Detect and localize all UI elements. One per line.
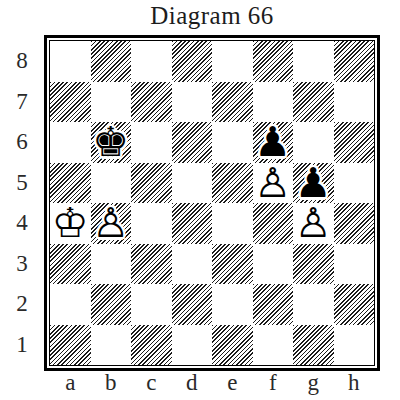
square-g8 [293,41,334,82]
rank-labels: 87654321 [8,41,36,365]
board-inner-border: ♚♚♟♟♟♙♟♟♚♔♟♙♟♙ [49,40,375,366]
square-g4: ♟♙ [293,203,334,244]
square-c1 [131,325,172,366]
chess-diagram-page: Diagram 66 87654321 ♚♚♟♟♟♙♟♟♚♔♟♙♟♙ abcde… [0,0,400,400]
square-f8 [253,41,294,82]
square-b4: ♟♙ [91,203,132,244]
square-f6: ♟♟ [253,122,294,163]
white-pawn-glyph: ♙ [254,163,291,204]
file-label-h: h [334,370,375,396]
square-b2 [91,284,132,325]
square-b5 [91,163,132,204]
piece-black-king-b6: ♚♚ [92,122,129,163]
square-h8 [334,41,375,82]
rank-label-1: 1 [8,325,36,366]
square-b6: ♚♚ [91,122,132,163]
square-b3 [91,244,132,285]
square-g7 [293,82,334,123]
square-a4: ♚♔ [50,203,91,244]
square-b1 [91,325,132,366]
file-label-f: f [253,370,294,396]
piece-black-pawn-f6: ♟♟ [254,122,291,163]
rank-label-2: 2 [8,284,36,325]
file-label-a: a [50,370,91,396]
square-g2 [293,284,334,325]
square-c6 [131,122,172,163]
rank-label-3: 3 [8,244,36,285]
file-label-g: g [293,370,334,396]
square-c3 [131,244,172,285]
square-c5 [131,163,172,204]
square-d8 [172,41,213,82]
square-c4 [131,203,172,244]
rank-label-4: 4 [8,203,36,244]
square-d3 [172,244,213,285]
square-f5: ♟♙ [253,163,294,204]
square-d4 [172,203,213,244]
square-f1 [253,325,294,366]
file-labels: abcdefgh [50,370,374,396]
square-e2 [212,284,253,325]
square-h6 [334,122,375,163]
square-d1 [172,325,213,366]
piece-white-pawn-b4: ♟♙ [92,203,129,244]
square-e8 [212,41,253,82]
square-a8 [50,41,91,82]
square-a2 [50,284,91,325]
square-e6 [212,122,253,163]
square-e7 [212,82,253,123]
square-c2 [131,284,172,325]
square-e4 [212,203,253,244]
square-d7 [172,82,213,123]
square-g1 [293,325,334,366]
square-a1 [50,325,91,366]
square-b7 [91,82,132,123]
file-label-b: b [91,370,132,396]
rank-label-5: 5 [8,163,36,204]
diagram-title: Diagram 66 [44,0,380,32]
square-d6 [172,122,213,163]
black-pawn-glyph: ♟ [295,163,332,204]
square-c8 [131,41,172,82]
square-d2 [172,284,213,325]
black-king-glyph: ♚ [92,122,129,163]
rank-label-6: 6 [8,122,36,163]
rank-label-8: 8 [8,41,36,82]
file-label-d: d [172,370,213,396]
square-g3 [293,244,334,285]
square-b8 [91,41,132,82]
chess-board: ♚♚♟♟♟♙♟♟♚♔♟♙♟♙ [50,41,374,365]
square-h1 [334,325,375,366]
square-c7 [131,82,172,123]
square-f4 [253,203,294,244]
square-f2 [253,284,294,325]
square-g5: ♟♟ [293,163,334,204]
square-a6 [50,122,91,163]
square-e3 [212,244,253,285]
square-f7 [253,82,294,123]
square-a5 [50,163,91,204]
square-f3 [253,244,294,285]
board-frame: ♚♚♟♟♟♙♟♟♚♔♟♙♟♙ [44,35,380,371]
white-pawn-glyph: ♙ [295,203,332,244]
square-d5 [172,163,213,204]
square-h3 [334,244,375,285]
square-e1 [212,325,253,366]
piece-white-king-a4: ♚♔ [52,203,89,244]
square-h2 [334,284,375,325]
file-label-e: e [212,370,253,396]
square-h7 [334,82,375,123]
square-h5 [334,163,375,204]
file-label-c: c [131,370,172,396]
square-a3 [50,244,91,285]
black-pawn-glyph: ♟ [254,122,291,163]
piece-white-pawn-g4: ♟♙ [295,203,332,244]
piece-white-pawn-f5: ♟♙ [254,163,291,204]
square-a7 [50,82,91,123]
square-e5 [212,163,253,204]
white-king-glyph: ♔ [52,203,89,244]
square-g6 [293,122,334,163]
square-h4 [334,203,375,244]
piece-black-pawn-g5: ♟♟ [295,163,332,204]
white-pawn-glyph: ♙ [92,203,129,244]
rank-label-7: 7 [8,82,36,123]
